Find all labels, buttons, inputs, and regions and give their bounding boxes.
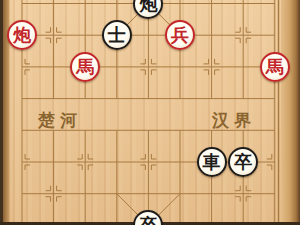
piece-glyph: 馬 — [76, 58, 94, 76]
piece-glyph: 炮 — [139, 0, 157, 13]
piece-black-advisor-d2[interactable]: 士 — [102, 20, 132, 50]
river-text-chu-he: 楚河 — [37, 110, 82, 130]
piece-glyph: 卒 — [234, 153, 252, 171]
piece-glyph: 士 — [108, 26, 126, 44]
piece-red-horse-i3[interactable]: 馬 — [260, 52, 290, 82]
board-grid: 楚河 汉界 — [0, 0, 300, 225]
piece-glyph: 車 — [203, 153, 221, 171]
piece-black-chariot-g6[interactable]: 車 — [197, 147, 227, 177]
piece-glyph: 馬 — [266, 58, 284, 76]
piece-glyph: 卒 — [139, 216, 157, 225]
xiangqi-board[interactable]: 楚河 汉界 炮炮士兵馬馬車卒卒 — [0, 0, 300, 225]
piece-red-horse-c3[interactable]: 馬 — [70, 52, 100, 82]
piece-black-soldier-h6[interactable]: 卒 — [228, 147, 258, 177]
piece-red-cannon-a2[interactable]: 炮 — [7, 20, 37, 50]
piece-red-soldier-f2[interactable]: 兵 — [165, 20, 195, 50]
piece-glyph: 炮 — [13, 26, 31, 44]
river-text-han-jie: 汉界 — [211, 110, 256, 130]
piece-glyph: 兵 — [171, 26, 189, 44]
